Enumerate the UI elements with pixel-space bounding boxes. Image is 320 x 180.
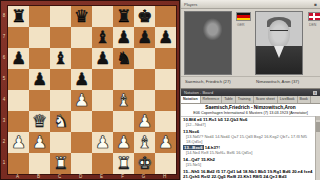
variation-moves[interactable]: [12...Nbd7] xyxy=(183,123,314,128)
square-f7[interactable]: ♟ xyxy=(113,27,134,48)
piece-white-rook[interactable]: ♜ xyxy=(53,153,68,174)
piece-white-pawn[interactable]: ♟ xyxy=(32,132,47,153)
piece-black-knight[interactable]: ♞ xyxy=(116,48,131,69)
square-g4[interactable] xyxy=(134,90,155,111)
square-b6[interactable] xyxy=(29,48,50,69)
piece-white-knight[interactable]: ♞ xyxy=(53,111,68,132)
move-text[interactable]: [15.Ne5] xyxy=(186,162,201,167)
piece-white-pawn[interactable]: ♟ xyxy=(74,90,89,111)
board-window: 87654321 ♜♛♜♚♝♟♟♟♟♝♟♞♟♟♟♝♛♞♟♟♟♟♟♝♟♜♜♚ AB… xyxy=(0,0,180,180)
square-h4[interactable] xyxy=(155,90,176,111)
variation-moves[interactable]: [14.Ne4 Re8 15.Nxf6+ Bxf6 16.Qd5±] xyxy=(183,151,314,156)
file-label-a: A xyxy=(7,174,28,180)
denmark-flag-icon xyxy=(308,12,320,21)
square-b3[interactable]: ♛ xyxy=(29,111,50,132)
player-photos-window: Players ■ GER DEN Saemisch, Friedrich (2 xyxy=(180,0,320,88)
square-a7[interactable] xyxy=(8,27,29,48)
piece-black-pawn[interactable]: ♟ xyxy=(74,69,89,90)
file-label-c: C xyxy=(49,174,70,180)
file-label-b: B xyxy=(28,174,49,180)
square-e5[interactable] xyxy=(92,69,113,90)
square-d8[interactable]: ♛ xyxy=(71,6,92,27)
file-label-g: G xyxy=(133,174,154,180)
square-a8[interactable]: ♜ xyxy=(8,6,29,27)
piece-black-pawn[interactable]: ♟ xyxy=(137,27,152,48)
move-list[interactable]: 10.Bf4 a6 11.Rc1 b5 12.Qb3 Nc6[12...Nbd7… xyxy=(181,116,316,180)
photo-white-player xyxy=(184,11,232,75)
square-e1[interactable] xyxy=(92,153,113,174)
chess-app-screen: 87654321 ♜♛♜♚♝♟♟♟♟♝♟♞♟♟♟♝♛♞♟♟♟♟♟♝♟♜♜♚ AB… xyxy=(0,0,320,180)
square-g2[interactable]: ♝ xyxy=(134,132,155,153)
scroll-up-icon[interactable] xyxy=(316,116,320,120)
right-panel: Players ■ GER DEN Saemisch, Friedrich (2 xyxy=(180,0,320,180)
square-b2[interactable]: ♟ xyxy=(29,132,50,153)
square-f2[interactable]: ♟ xyxy=(113,132,134,153)
square-e4[interactable] xyxy=(92,90,113,111)
piece-black-pawn[interactable]: ♟ xyxy=(11,48,26,69)
square-a5[interactable] xyxy=(8,69,29,90)
piece-black-bishop[interactable]: ♝ xyxy=(95,27,110,48)
square-a4[interactable] xyxy=(8,90,29,111)
photo-black-player xyxy=(255,11,303,75)
square-f5[interactable] xyxy=(113,69,134,90)
piece-black-rook[interactable]: ♜ xyxy=(11,6,26,27)
white-player-caption: Saemisch, Friedrich (27) xyxy=(185,79,231,84)
piece-black-rook[interactable]: ♜ xyxy=(116,6,131,27)
square-d6[interactable] xyxy=(71,48,92,69)
square-f1[interactable]: ♜ xyxy=(113,153,134,174)
square-f4[interactable]: ♝ xyxy=(113,90,134,111)
window-buttons: x xyxy=(313,91,317,95)
piece-black-pawn[interactable]: ♟ xyxy=(95,48,110,69)
square-g8[interactable]: ♚ xyxy=(134,6,155,27)
square-d5[interactable]: ♟ xyxy=(71,69,92,90)
square-g3[interactable]: ♟ xyxy=(134,111,155,132)
square-g5[interactable] xyxy=(134,69,155,90)
square-h1[interactable] xyxy=(155,153,176,174)
square-d2[interactable] xyxy=(71,132,92,153)
square-a2[interactable]: ♟ xyxy=(8,132,29,153)
square-g7[interactable]: ♟ xyxy=(134,27,155,48)
square-b5[interactable]: ♟ xyxy=(29,69,50,90)
square-d1[interactable] xyxy=(71,153,92,174)
square-a3[interactable] xyxy=(8,111,29,132)
tab-table[interactable]: Table xyxy=(222,96,236,103)
square-c4[interactable] xyxy=(50,90,71,111)
square-e6[interactable]: ♟ xyxy=(92,48,113,69)
variation-moves[interactable]: [15.Ne5] xyxy=(183,163,314,168)
photos-body: GER DEN xyxy=(181,9,320,77)
piece-white-queen[interactable]: ♛ xyxy=(32,111,47,132)
piece-black-queen[interactable]: ♛ xyxy=(74,6,89,27)
notation-window: Notation - Board x NotationReferenceTabl… xyxy=(180,88,320,180)
square-d3[interactable] xyxy=(71,111,92,132)
file-label-h: H xyxy=(154,174,175,180)
notation-titlebar: Notation - Board x xyxy=(181,89,320,96)
square-b1[interactable] xyxy=(29,153,50,174)
piece-black-bishop[interactable]: ♝ xyxy=(53,48,68,69)
tab-reference[interactable]: Reference xyxy=(201,96,223,103)
glasses-icon xyxy=(270,30,288,35)
move-text[interactable]: [12...Nbd7] xyxy=(186,122,206,127)
notation-tabs: NotationReferenceTableTrainingScore shee… xyxy=(181,96,320,104)
germany-flag-icon xyxy=(236,12,251,21)
square-g1[interactable]: ♚ xyxy=(134,153,155,174)
square-e2[interactable]: ♟ xyxy=(92,132,113,153)
piece-black-king[interactable]: ♚ xyxy=(137,6,152,27)
notation-scrollbar[interactable] xyxy=(315,116,320,180)
square-a1[interactable] xyxy=(8,153,29,174)
notation-title: Notation - Board xyxy=(184,90,213,95)
square-h5[interactable] xyxy=(155,69,176,90)
square-f3[interactable] xyxy=(113,111,134,132)
piece-black-pawn[interactable]: ♟ xyxy=(158,27,173,48)
move-text[interactable]: [13.Nd5!? Nxd4 14.Nxd4 Qa7 15.Qd3 Bxg2 1… xyxy=(186,134,307,144)
mainline-moves[interactable]: 14...Qd7 15.Kh2 xyxy=(183,157,314,162)
scrollbar-thumb[interactable] xyxy=(316,122,320,132)
file-label-d: D xyxy=(70,174,91,180)
black-player-caption: Nimzowitsch, Aron (37) xyxy=(256,79,299,84)
photos-titlebar: Players ■ xyxy=(181,0,320,9)
square-f6[interactable]: ♞ xyxy=(113,48,134,69)
piece-white-bishop[interactable]: ♝ xyxy=(137,132,152,153)
piece-black-pawn[interactable]: ♟ xyxy=(32,69,47,90)
game-header-event: E06 Copenhagen International 6 Masters (… xyxy=(181,111,320,115)
square-f8[interactable]: ♜ xyxy=(113,6,134,27)
tab-livebook[interactable]: LiveBook xyxy=(278,96,298,103)
variation-moves[interactable]: [13.Nd5!? Nxd4 14.Nxd4 Qa7 15.Qd3 Bxg2 1… xyxy=(183,135,314,145)
square-e3[interactable] xyxy=(92,111,113,132)
file-label-f: F xyxy=(112,174,133,180)
piece-white-rook[interactable]: ♜ xyxy=(116,153,131,174)
square-c3[interactable]: ♞ xyxy=(50,111,71,132)
tab-notation[interactable]: Notation xyxy=(181,96,201,103)
close-icon[interactable]: x xyxy=(313,91,317,95)
square-d4[interactable]: ♟ xyxy=(71,90,92,111)
move-text[interactable]: [14.Ne4 Re8 15.Nxf6+ Bxf6 16.Qd5±] xyxy=(186,150,252,155)
square-e8[interactable] xyxy=(92,6,113,27)
square-h8[interactable] xyxy=(155,6,176,27)
square-c7[interactable] xyxy=(50,27,71,48)
move-text[interactable]: [24...Re2 25.Qb6 Re4] xyxy=(186,179,226,180)
mainline-moves[interactable]: 15...Nh5 16.Bd2 f5 17.Qd1 b4 18.Nb1 Bb5 … xyxy=(183,169,314,179)
square-h2[interactable]: ♟ xyxy=(155,132,176,153)
photo-captions: Saemisch, Friedrich (27) Nimzowitsch, Ar… xyxy=(181,76,320,87)
square-b7[interactable] xyxy=(29,27,50,48)
piece-black-pawn[interactable]: ♟ xyxy=(116,27,131,48)
chess-board[interactable]: ♜♛♜♚♝♟♟♟♟♝♟♞♟♟♟♝♛♞♟♟♟♟♟♝♟♜♜♚ xyxy=(7,5,177,175)
square-d7[interactable] xyxy=(71,27,92,48)
white-player-federation: GER xyxy=(237,23,245,27)
square-c6[interactable]: ♝ xyxy=(50,48,71,69)
black-player-federation: DEN xyxy=(309,23,316,27)
game-header-players: Saemisch,Friedrich - Nimzowitsch,Aron xyxy=(181,105,320,110)
square-a6[interactable]: ♟ xyxy=(8,48,29,69)
square-c1[interactable]: ♜ xyxy=(50,153,71,174)
photos-title: Players xyxy=(184,2,197,7)
piece-white-pawn[interactable]: ♟ xyxy=(116,132,131,153)
square-h3[interactable] xyxy=(155,111,176,132)
tab-score-sheet[interactable]: Score sheet xyxy=(254,96,278,103)
piece-white-pawn[interactable]: ♟ xyxy=(158,132,173,153)
square-c2[interactable] xyxy=(50,132,71,153)
piece-white-pawn[interactable]: ♟ xyxy=(95,132,110,153)
square-c5[interactable] xyxy=(50,69,71,90)
piece-white-pawn[interactable]: ♟ xyxy=(11,132,26,153)
piece-white-bishop[interactable]: ♝ xyxy=(116,90,131,111)
square-c8[interactable] xyxy=(50,6,71,27)
square-h6[interactable] xyxy=(155,48,176,69)
piece-white-king[interactable]: ♚ xyxy=(137,153,152,174)
piece-white-pawn[interactable]: ♟ xyxy=(137,111,152,132)
square-b8[interactable] xyxy=(29,6,50,27)
square-g6[interactable] xyxy=(134,48,155,69)
square-h7[interactable]: ♟ xyxy=(155,27,176,48)
tab-training[interactable]: Training xyxy=(236,96,254,103)
file-labels: ABCDEFGH xyxy=(7,174,175,180)
file-label-e: E xyxy=(91,174,112,180)
tab-book[interactable]: Book xyxy=(298,96,311,103)
square-e7[interactable]: ♝ xyxy=(92,27,113,48)
pin-icon[interactable]: ■ xyxy=(314,2,317,7)
move-text[interactable]: 15...Nh5 16.Bd2 f5 17.Qd1 b4 18.Nb1 Bb5 … xyxy=(183,169,312,179)
square-b4[interactable] xyxy=(29,90,50,111)
